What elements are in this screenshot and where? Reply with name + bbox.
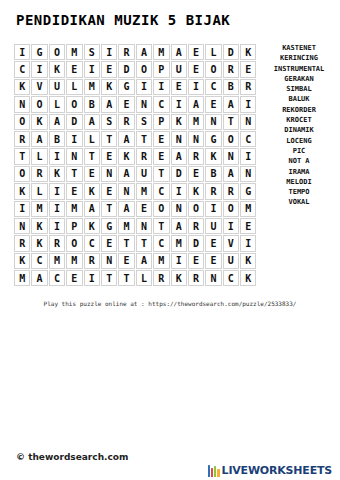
grid-cell[interactable]: A (118, 166, 134, 182)
grid-cell[interactable]: T (118, 235, 134, 251)
grid-cell[interactable]: L (66, 79, 82, 95)
grid-cell[interactable]: T (136, 235, 152, 251)
word-list-item: INSTRUMENTAL (260, 64, 338, 74)
wordsearch-grid: IGOMSIRAMAELDKCIKEIEDOPUEOREKVULMKGIIEIC… (14, 44, 256, 286)
grid-cell[interactable]: D (66, 114, 82, 130)
grid-cell[interactable]: K (101, 79, 117, 95)
grid-cell[interactable]: I (49, 218, 65, 234)
grid-cell[interactable]: R (14, 131, 30, 147)
grid-cell[interactable]: C (153, 183, 169, 199)
grid-cell[interactable]: R (14, 235, 30, 251)
grid-cell[interactable]: M (66, 201, 82, 217)
grid-cell[interactable]: A (118, 201, 134, 217)
grid-cell[interactable]: K (31, 235, 47, 251)
grid-cell[interactable]: I (240, 235, 256, 251)
grid-cell[interactable]: E (240, 61, 256, 77)
grid-cell[interactable]: R (84, 253, 100, 269)
grid-cell[interactable]: N (101, 253, 117, 269)
grid-cell[interactable]: A (84, 201, 100, 217)
grid-cell[interactable]: M (153, 253, 169, 269)
grid-cell[interactable]: I (14, 44, 30, 60)
grid-cell[interactable]: T (66, 166, 82, 182)
grid-cell[interactable]: N (205, 114, 221, 130)
grid-cell[interactable]: L (31, 148, 47, 164)
grid-cell[interactable]: K (240, 253, 256, 269)
brand-text: LIVEWORKSHEETS (222, 464, 332, 477)
grid-cell[interactable]: S (136, 114, 152, 130)
grid-cell[interactable]: O (205, 61, 221, 77)
grid-cell[interactable]: U (205, 218, 221, 234)
grid-cell[interactable]: R (188, 148, 204, 164)
grid-cell[interactable]: K (14, 183, 30, 199)
grid-cell[interactable]: G (205, 131, 221, 147)
grid-cell[interactable]: K (14, 79, 30, 95)
grid-cell[interactable]: N (118, 183, 134, 199)
grid-cell[interactable]: V (223, 235, 239, 251)
grid-cell[interactable]: E (205, 253, 221, 269)
grid-cell[interactable]: E (188, 44, 204, 60)
grid-cell[interactable]: E (188, 253, 204, 269)
grid-cell[interactable]: T (118, 270, 134, 286)
grid-cell[interactable]: T (101, 270, 117, 286)
grid-cell[interactable]: R (153, 270, 169, 286)
grid-cell[interactable]: N (66, 148, 82, 164)
grid-cell[interactable]: M (31, 201, 47, 217)
word-list-item: TEMPO (260, 187, 338, 197)
grid-cell[interactable]: G (118, 79, 134, 95)
grid-cell[interactable]: I (240, 148, 256, 164)
grid-cell[interactable]: D (118, 61, 134, 77)
grid-cell[interactable]: C (49, 270, 65, 286)
grid-cell[interactable]: N (171, 201, 187, 217)
grid-cell[interactable]: L (49, 96, 65, 112)
grid-cell[interactable]: O (31, 96, 47, 112)
grid-cell[interactable]: I (49, 201, 65, 217)
grid-cell[interactable]: T (223, 114, 239, 130)
grid-cell[interactable]: I (84, 61, 100, 77)
grid-cell[interactable]: T (101, 131, 117, 147)
grid-cell[interactable]: I (240, 96, 256, 112)
grid-cell[interactable]: C (153, 96, 169, 112)
grid-cell[interactable]: O (14, 114, 30, 130)
grid-cell[interactable]: G (101, 218, 117, 234)
word-list-item: VOKAL (260, 197, 338, 207)
grid-cell[interactable]: M (171, 235, 187, 251)
grid-cell[interactable]: I (171, 253, 187, 269)
grid-cell[interactable]: B (205, 166, 221, 182)
grid-cell[interactable]: E (153, 131, 169, 147)
grid-cell[interactable]: E (118, 253, 134, 269)
grid-cell[interactable]: K (188, 183, 204, 199)
grid-cell[interactable]: R (118, 114, 134, 130)
grid-cell[interactable]: P (153, 61, 169, 77)
grid-cell[interactable]: S (84, 44, 100, 60)
grid-cell[interactable]: E (136, 201, 152, 217)
grid-cell[interactable]: L (31, 183, 47, 199)
grid-cell[interactable]: I (171, 96, 187, 112)
word-list-item: IRAMA (260, 167, 338, 177)
grid-cell[interactable]: M (84, 79, 100, 95)
grid-cell[interactable]: T (14, 148, 30, 164)
grid-cell[interactable]: A (171, 148, 187, 164)
grid-cell[interactable]: L (205, 44, 221, 60)
grid-cell[interactable]: K (49, 61, 65, 77)
grid-cell[interactable]: D (188, 235, 204, 251)
grid-cell[interactable]: E (205, 96, 221, 112)
grid-cell[interactable]: M (188, 114, 204, 130)
grid-cell[interactable]: N (240, 166, 256, 182)
grid-cell[interactable]: K (84, 218, 100, 234)
grid-cell[interactable]: E (101, 183, 117, 199)
grid-cell[interactable]: I (66, 131, 82, 147)
grid-cell[interactable]: O (14, 166, 30, 182)
grid-cell[interactable]: O (223, 201, 239, 217)
grid-cell[interactable]: K (171, 270, 187, 286)
play-online-link[interactable]: Play this puzzle online at : https://the… (0, 300, 340, 307)
grid-cell[interactable]: T (101, 201, 117, 217)
grid-cell[interactable]: N (240, 114, 256, 130)
grid-cell[interactable]: A (136, 44, 152, 60)
grid-cell[interactable]: U (171, 61, 187, 77)
grid-cell[interactable]: R (49, 235, 65, 251)
word-list-item: NOT A (260, 156, 338, 166)
grid-cell[interactable]: D (171, 166, 187, 182)
grid-cell[interactable]: E (101, 148, 117, 164)
grid-cell[interactable]: T (136, 131, 152, 147)
grid-cell[interactable]: R (118, 44, 134, 60)
grid-cell[interactable]: T (153, 218, 169, 234)
liveworksheets-brand: LIVEWORKSHEETS (208, 464, 332, 477)
grid-cell[interactable]: O (223, 131, 239, 147)
grid-cell[interactable]: N (136, 96, 152, 112)
grid-cell[interactable]: K (240, 44, 256, 60)
copyright-text: © thewordsearch.com (16, 452, 128, 462)
grid-cell[interactable]: C (240, 131, 256, 147)
grid-cell[interactable]: A (31, 270, 47, 286)
grid-cell[interactable]: E (66, 61, 82, 77)
grid-cell[interactable]: E (101, 235, 117, 251)
grid-cell[interactable]: O (136, 61, 152, 77)
grid-cell[interactable]: E (188, 61, 204, 77)
grid-cell[interactable]: E (240, 218, 256, 234)
grid-cell[interactable]: I (31, 61, 47, 77)
grid-cell[interactable]: M (66, 253, 82, 269)
grid-cell[interactable]: M (49, 253, 65, 269)
grid-cell[interactable]: A (171, 44, 187, 60)
grid-cell[interactable]: K (31, 218, 47, 234)
word-list: KASTENETKERINCINGINSTRUMENTALGERAKANSIMB… (260, 43, 338, 208)
grid-cell[interactable]: K (49, 166, 65, 182)
word-list-item: LOCENG (260, 136, 338, 146)
grid-cell[interactable]: N (14, 218, 30, 234)
grid-cell[interactable]: C (153, 235, 169, 251)
grid-cell[interactable]: R (31, 166, 47, 182)
grid-cell[interactable]: K (84, 183, 100, 199)
grid-cell[interactable]: A (101, 96, 117, 112)
grid-cell[interactable]: I (14, 201, 30, 217)
grid-cell[interactable]: I (153, 79, 169, 95)
grid-cell[interactable]: I (136, 79, 152, 95)
grid-cell[interactable]: M (14, 270, 30, 286)
grid-cell[interactable]: K (205, 148, 221, 164)
grid-cell[interactable]: R (240, 79, 256, 95)
grid-cell[interactable]: T (153, 166, 169, 182)
grid-cell[interactable]: I (101, 44, 117, 60)
grid-cell[interactable]: E (66, 270, 82, 286)
grid-cell[interactable]: D (223, 44, 239, 60)
grid-cell[interactable]: O (66, 235, 82, 251)
grid-cell[interactable]: K (171, 114, 187, 130)
grid-cell[interactable]: P (66, 218, 82, 234)
page-title: PENDIDIKAN MUZIK 5 BIJAK (16, 12, 230, 28)
grid-cell[interactable]: I (223, 218, 239, 234)
grid-cell[interactable]: M (118, 218, 134, 234)
word-list-item: GERAKAN (260, 74, 338, 84)
grid-cell[interactable]: N (14, 96, 30, 112)
grid-cell[interactable]: U (49, 79, 65, 95)
word-list-item: KASTENET (260, 43, 338, 53)
word-list-item: KERINCING (260, 53, 338, 63)
grid-cell[interactable]: T (84, 148, 100, 164)
grid-cell[interactable]: C (223, 270, 239, 286)
word-list-item: REKORDER (260, 105, 338, 115)
grid-cell[interactable]: I (49, 148, 65, 164)
grid-cell[interactable]: A (223, 96, 239, 112)
grid-cell[interactable]: I (171, 183, 187, 199)
word-list-item: BALUK (260, 94, 338, 104)
grid-cell[interactable]: A (188, 96, 204, 112)
grid-cell[interactable]: I (84, 270, 100, 286)
grid-cell[interactable]: B (223, 79, 239, 95)
grid-cell[interactable]: N (188, 131, 204, 147)
grid-cell[interactable]: U (223, 253, 239, 269)
grid-cell[interactable]: R (188, 270, 204, 286)
grid-cell[interactable]: R (223, 183, 239, 199)
grid-cell[interactable]: O (188, 201, 204, 217)
grid-cell[interactable]: E (66, 183, 82, 199)
grid-cell[interactable]: K (118, 148, 134, 164)
grid-cell[interactable]: B (84, 96, 100, 112)
grid-cell[interactable]: P (153, 114, 169, 130)
grid-cell[interactable]: M (153, 44, 169, 60)
grid-cell[interactable]: R (188, 218, 204, 234)
grid-cell[interactable]: A (49, 114, 65, 130)
grid-cell[interactable]: S (101, 114, 117, 130)
liveworksheets-logo-icon (208, 465, 220, 477)
grid-cell[interactable]: A (223, 166, 239, 182)
grid-cell[interactable]: K (240, 270, 256, 286)
grid-cell[interactable]: R (136, 148, 152, 164)
grid-cell[interactable]: K (31, 114, 47, 130)
word-list-item: SIMBAL (260, 84, 338, 94)
grid-cell[interactable]: I (49, 183, 65, 199)
grid-cell[interactable]: R (223, 61, 239, 77)
grid-cell[interactable]: A (171, 218, 187, 234)
grid-cell[interactable]: O (49, 44, 65, 60)
grid-cell[interactable]: A (84, 114, 100, 130)
grid-cell[interactable]: N (223, 148, 239, 164)
grid-cell[interactable]: U (136, 166, 152, 182)
grid-cell[interactable]: E (84, 166, 100, 182)
grid-cell[interactable]: A (136, 253, 152, 269)
grid-cell[interactable]: C (31, 253, 47, 269)
grid-cell[interactable]: C (205, 79, 221, 95)
grid-cell[interactable]: N (101, 166, 117, 182)
grid-cell[interactable]: R (205, 183, 221, 199)
grid-cell[interactable]: O (153, 201, 169, 217)
grid-cell[interactable]: C (84, 235, 100, 251)
grid-cell[interactable]: L (84, 131, 100, 147)
grid-cell[interactable]: A (118, 131, 134, 147)
grid-cell[interactable]: N (205, 270, 221, 286)
word-list-item: MELODI (260, 177, 338, 187)
grid-cell[interactable]: G (240, 183, 256, 199)
grid-cell[interactable]: E (101, 61, 117, 77)
grid-cell[interactable]: M (136, 183, 152, 199)
grid-cell[interactable]: E (188, 166, 204, 182)
grid-cell[interactable]: V (31, 79, 47, 95)
grid-cell[interactable]: E (118, 96, 134, 112)
grid-cell[interactable]: G (31, 44, 47, 60)
grid-cell[interactable]: A (31, 131, 47, 147)
grid-cell[interactable]: I (205, 201, 221, 217)
grid-cell[interactable]: E (153, 148, 169, 164)
word-list-item: KROCET (260, 115, 338, 125)
grid-cell[interactable]: I (188, 79, 204, 95)
word-list-item: DINAMIK (260, 125, 338, 135)
grid-cell[interactable]: E (205, 235, 221, 251)
grid-cell[interactable]: E (171, 79, 187, 95)
word-list-item: PIC (260, 146, 338, 156)
grid-cell[interactable]: L (136, 270, 152, 286)
grid-cell[interactable]: C (14, 61, 30, 77)
grid-cell[interactable]: B (49, 131, 65, 147)
grid-cell[interactable]: M (66, 44, 82, 60)
grid-cell[interactable]: N (136, 218, 152, 234)
grid-cell[interactable]: O (66, 96, 82, 112)
grid-cell[interactable]: K (14, 253, 30, 269)
grid-cell[interactable]: N (171, 131, 187, 147)
grid-cell[interactable]: M (240, 201, 256, 217)
